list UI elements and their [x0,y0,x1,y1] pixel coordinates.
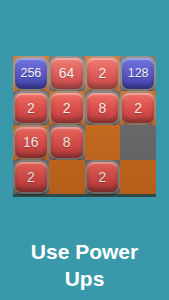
tile-2: 2 [51,93,83,124]
tile-256: 256 [15,58,47,89]
tile-value: 64 [59,65,75,81]
cell-r0c1: 64 [49,56,85,91]
tile-value: 256 [20,66,41,80]
tile-value: 128 [128,66,149,80]
cell-r3c0: 2 [13,160,49,195]
tile-value: 2 [98,169,106,185]
tile-value: 2 [63,100,71,116]
cell-r3c2: 2 [85,160,121,195]
tile-16: 16 [15,127,47,158]
cell-r2c3 [120,125,156,160]
tile-2: 2 [87,58,119,89]
cell-r3c1 [49,160,85,195]
cell-r0c0: 256 [13,56,49,91]
cell-r2c0: 16 [13,125,49,160]
tile-value: 2 [98,65,106,81]
tile-8: 8 [87,93,119,124]
cell-r0c3: 128 [120,56,156,91]
tile-2: 2 [122,93,154,124]
caption: Use Power Ups [0,238,169,292]
cell-r1c3: 2 [120,91,156,126]
cell-r0c2: 2 [85,56,121,91]
tile-value: 16 [23,134,39,150]
tile-value: 2 [134,100,142,116]
tile-2: 2 [87,162,119,193]
tile-value: 2 [27,100,35,116]
tile-64: 64 [51,58,83,89]
tile-128: 128 [122,58,154,89]
game-board[interactable]: 256642128228216822 [13,56,156,194]
tile-2: 2 [15,162,47,193]
tile-value: 2 [27,169,35,185]
tile-2: 2 [15,93,47,124]
caption-text: Use Power Ups [15,238,155,292]
tile-value: 8 [98,100,106,116]
cell-r1c2: 8 [85,91,121,126]
cell-r1c0: 2 [13,91,49,126]
cell-r2c1: 8 [49,125,85,160]
tile-value: 8 [63,134,71,150]
cell-r3c3 [120,160,156,195]
cell-r2c2 [85,125,121,160]
tile-8: 8 [51,127,83,158]
cell-r1c1: 2 [49,91,85,126]
